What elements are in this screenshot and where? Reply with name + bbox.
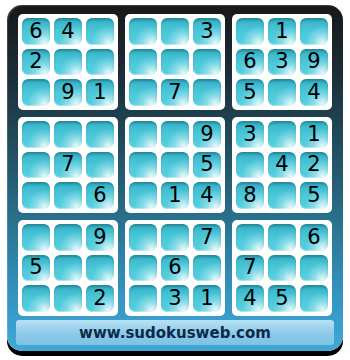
cell-r8c4[interactable] — [129, 255, 157, 282]
website-url: www.sudokusweb.com — [79, 324, 271, 342]
cell-r7c8[interactable] — [268, 224, 296, 251]
cell-r5c4[interactable] — [129, 152, 157, 179]
cell-r5c6[interactable]: 5 — [193, 152, 221, 179]
cell-r7c6[interactable]: 7 — [193, 224, 221, 251]
cell-r5c7[interactable] — [236, 152, 264, 179]
cell-r9c4[interactable] — [129, 285, 157, 312]
cell-r8c2[interactable] — [54, 255, 82, 282]
cell-r5c5[interactable] — [161, 152, 189, 179]
sudoku-board: 642913716395476951431428595276316745 — [16, 14, 334, 316]
cell-r6c4[interactable] — [129, 182, 157, 209]
cell-r8c5[interactable]: 6 — [161, 255, 189, 282]
cell-r2c1[interactable]: 2 — [22, 49, 50, 76]
cell-r4c1[interactable] — [22, 121, 50, 148]
cell-r1c5[interactable] — [161, 18, 189, 45]
cell-r4c4[interactable] — [129, 121, 157, 148]
sudoku-box-3-2: 7631 — [125, 220, 225, 316]
cell-r1c4[interactable] — [129, 18, 157, 45]
cell-r3c3[interactable]: 1 — [86, 79, 114, 106]
cell-r2c6[interactable] — [193, 49, 221, 76]
cell-r9c9[interactable] — [300, 285, 328, 312]
cell-r3c1[interactable] — [22, 79, 50, 106]
cell-r2c9[interactable]: 9 — [300, 49, 328, 76]
cell-r6c7[interactable]: 8 — [236, 182, 264, 209]
cell-r7c3[interactable]: 9 — [86, 224, 114, 251]
cell-r8c9[interactable] — [300, 255, 328, 282]
cell-r7c4[interactable] — [129, 224, 157, 251]
cell-r1c8[interactable]: 1 — [268, 18, 296, 45]
cell-r3c2[interactable]: 9 — [54, 79, 82, 106]
cell-r2c8[interactable]: 3 — [268, 49, 296, 76]
cell-r8c8[interactable] — [268, 255, 296, 282]
cell-r2c7[interactable]: 6 — [236, 49, 264, 76]
cell-r1c3[interactable] — [86, 18, 114, 45]
cell-r8c1[interactable]: 5 — [22, 255, 50, 282]
sudoku-box-2-1: 76 — [18, 117, 118, 213]
cell-r5c9[interactable]: 2 — [300, 152, 328, 179]
cell-r2c3[interactable] — [86, 49, 114, 76]
sudoku-box-1-3: 163954 — [232, 14, 332, 110]
cell-r5c2[interactable]: 7 — [54, 152, 82, 179]
cell-r4c9[interactable]: 1 — [300, 121, 328, 148]
cell-r4c8[interactable] — [268, 121, 296, 148]
cell-r9c5[interactable]: 3 — [161, 285, 189, 312]
cell-r7c9[interactable]: 6 — [300, 224, 328, 251]
cell-r3c6[interactable] — [193, 79, 221, 106]
cell-r4c6[interactable]: 9 — [193, 121, 221, 148]
cell-r3c9[interactable]: 4 — [300, 79, 328, 106]
cell-r6c2[interactable] — [54, 182, 82, 209]
sudoku-box-2-2: 9514 — [125, 117, 225, 213]
cell-r8c6[interactable] — [193, 255, 221, 282]
cell-r7c7[interactable] — [236, 224, 264, 251]
sudoku-box-3-1: 952 — [18, 220, 118, 316]
cell-r4c2[interactable] — [54, 121, 82, 148]
cell-r9c1[interactable] — [22, 285, 50, 312]
cell-r3c8[interactable] — [268, 79, 296, 106]
sudoku-box-3-3: 6745 — [232, 220, 332, 316]
cell-r6c1[interactable] — [22, 182, 50, 209]
cell-r2c5[interactable] — [161, 49, 189, 76]
cell-r8c7[interactable]: 7 — [236, 255, 264, 282]
cell-r7c1[interactable] — [22, 224, 50, 251]
cell-r2c4[interactable] — [129, 49, 157, 76]
cell-r5c1[interactable] — [22, 152, 50, 179]
cell-r1c9[interactable] — [300, 18, 328, 45]
cell-r3c7[interactable]: 5 — [236, 79, 264, 106]
cell-r7c5[interactable] — [161, 224, 189, 251]
cell-r6c3[interactable]: 6 — [86, 182, 114, 209]
sudoku-box-1-1: 64291 — [18, 14, 118, 110]
cell-r1c1[interactable]: 6 — [22, 18, 50, 45]
cell-r8c3[interactable] — [86, 255, 114, 282]
cell-r5c3[interactable] — [86, 152, 114, 179]
cell-r9c7[interactable]: 4 — [236, 285, 264, 312]
cell-r7c2[interactable] — [54, 224, 82, 251]
cell-r2c2[interactable] — [54, 49, 82, 76]
cell-r1c6[interactable]: 3 — [193, 18, 221, 45]
cell-r4c5[interactable] — [161, 121, 189, 148]
cell-r6c6[interactable]: 4 — [193, 182, 221, 209]
cell-r1c7[interactable] — [236, 18, 264, 45]
cell-r6c9[interactable]: 5 — [300, 182, 328, 209]
puzzle-frame: 642913716395476951431428595276316745 www… — [7, 5, 343, 351]
cell-r9c6[interactable]: 1 — [193, 285, 221, 312]
cell-r9c2[interactable] — [54, 285, 82, 312]
cell-r6c8[interactable] — [268, 182, 296, 209]
sudoku-box-2-3: 314285 — [232, 117, 332, 213]
sudoku-box-1-2: 37 — [125, 14, 225, 110]
cell-r3c4[interactable] — [129, 79, 157, 106]
cell-r6c5[interactable]: 1 — [161, 182, 189, 209]
footer-bar: www.sudokusweb.com — [16, 320, 334, 345]
cell-r9c3[interactable]: 2 — [86, 285, 114, 312]
cell-r9c8[interactable]: 5 — [268, 285, 296, 312]
cell-r3c5[interactable]: 7 — [161, 79, 189, 106]
cell-r5c8[interactable]: 4 — [268, 152, 296, 179]
cell-r4c7[interactable]: 3 — [236, 121, 264, 148]
cell-r1c2[interactable]: 4 — [54, 18, 82, 45]
cell-r4c3[interactable] — [86, 121, 114, 148]
